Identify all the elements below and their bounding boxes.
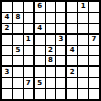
cell-r9c4[interactable] — [35, 89, 45, 99]
cell-r2c6[interactable] — [56, 13, 66, 23]
cell-r8c6[interactable] — [56, 78, 66, 88]
cell-r5c1[interactable] — [2, 46, 12, 56]
cell-r5c6[interactable] — [56, 46, 66, 56]
cell-r8c1[interactable] — [2, 78, 12, 88]
cell-r4c2[interactable] — [13, 35, 23, 45]
cell-r2c3[interactable] — [24, 13, 34, 23]
cell-r2c4[interactable] — [35, 13, 45, 23]
cell-r3c1[interactable]: 2 — [2, 24, 12, 34]
cell-r5c7[interactable]: 4 — [67, 46, 77, 56]
cell-r8c2[interactable] — [13, 78, 23, 88]
cell-r2c7[interactable] — [67, 13, 77, 23]
cell-r6c3[interactable] — [24, 56, 34, 66]
cell-r3c9[interactable] — [89, 24, 99, 34]
sudoku-board: 61482413752483275 — [0, 0, 101, 101]
cell-r4c4[interactable] — [35, 35, 45, 45]
cell-r7c6[interactable] — [56, 67, 66, 77]
cell-r9c2[interactable] — [13, 89, 23, 99]
cell-r5c8[interactable] — [78, 46, 88, 56]
cell-r7c8[interactable] — [78, 67, 88, 77]
cell-r3c4[interactable]: 4 — [35, 24, 45, 34]
cell-r4c5[interactable] — [46, 35, 56, 45]
cell-r6c9[interactable] — [89, 56, 99, 66]
cell-r6c7[interactable] — [67, 56, 77, 66]
cell-r9c3[interactable] — [24, 89, 34, 99]
cell-r8c9[interactable] — [89, 78, 99, 88]
cell-r1c8[interactable]: 1 — [78, 2, 88, 12]
cell-r9c7[interactable] — [67, 89, 77, 99]
cell-r5c3[interactable] — [24, 46, 34, 56]
cell-r1c4[interactable]: 6 — [35, 2, 45, 12]
cell-r4c9[interactable]: 7 — [89, 35, 99, 45]
cell-r4c6[interactable]: 3 — [56, 35, 66, 45]
cell-r2c2[interactable]: 8 — [13, 13, 23, 23]
cell-r7c3[interactable] — [24, 67, 34, 77]
cell-r4c3[interactable]: 1 — [24, 35, 34, 45]
cell-r6c6[interactable] — [56, 56, 66, 66]
cell-r4c7[interactable] — [67, 35, 77, 45]
cell-r5c5[interactable]: 2 — [46, 46, 56, 56]
cell-r6c1[interactable] — [2, 56, 12, 66]
cell-r6c2[interactable] — [13, 56, 23, 66]
cell-r3c2[interactable] — [13, 24, 23, 34]
cell-r1c3[interactable] — [24, 2, 34, 12]
cell-r7c1[interactable]: 3 — [2, 67, 12, 77]
cell-r3c7[interactable] — [67, 24, 77, 34]
cell-r6c4[interactable] — [35, 56, 45, 66]
cell-r1c1[interactable] — [2, 2, 12, 12]
cell-r9c6[interactable] — [56, 89, 66, 99]
cell-r3c3[interactable] — [24, 24, 34, 34]
cell-r2c5[interactable] — [46, 13, 56, 23]
cell-r8c5[interactable] — [46, 78, 56, 88]
cell-r3c8[interactable] — [78, 24, 88, 34]
cell-r3c5[interactable] — [46, 24, 56, 34]
cell-r8c7[interactable] — [67, 78, 77, 88]
cell-r6c8[interactable] — [78, 56, 88, 66]
cell-r5c4[interactable] — [35, 46, 45, 56]
cell-r8c8[interactable] — [78, 78, 88, 88]
cell-r5c9[interactable] — [89, 46, 99, 56]
cell-r2c9[interactable] — [89, 13, 99, 23]
cell-r4c8[interactable] — [78, 35, 88, 45]
cell-r1c6[interactable] — [56, 2, 66, 12]
cell-r9c1[interactable] — [2, 89, 12, 99]
cell-r1c5[interactable] — [46, 2, 56, 12]
cell-r2c8[interactable] — [78, 13, 88, 23]
cell-r8c3[interactable]: 7 — [24, 78, 34, 88]
cell-r4c1[interactable] — [2, 35, 12, 45]
cell-r7c9[interactable] — [89, 67, 99, 77]
cell-r1c7[interactable] — [67, 2, 77, 12]
cell-r7c5[interactable] — [46, 67, 56, 77]
cell-r9c9[interactable] — [89, 89, 99, 99]
cell-r7c7[interactable]: 2 — [67, 67, 77, 77]
cell-r3c6[interactable] — [56, 24, 66, 34]
cell-r7c4[interactable] — [35, 67, 45, 77]
cell-r1c9[interactable] — [89, 2, 99, 12]
cell-r1c2[interactable] — [13, 2, 23, 12]
cell-r2c1[interactable]: 4 — [2, 13, 12, 23]
cell-r8c4[interactable]: 5 — [35, 78, 45, 88]
cell-r9c5[interactable] — [46, 89, 56, 99]
cell-r5c2[interactable]: 5 — [13, 46, 23, 56]
cell-r6c5[interactable]: 8 — [46, 56, 56, 66]
cell-r9c8[interactable] — [78, 89, 88, 99]
cell-r7c2[interactable] — [13, 67, 23, 77]
